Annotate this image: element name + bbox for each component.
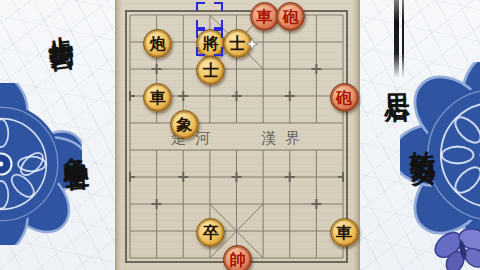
piece-black-chariot[interactable]: 車 <box>330 218 359 247</box>
black-chariot-glyph: 車 <box>150 90 166 106</box>
river-label-right: 漢界 <box>247 129 323 147</box>
porcelain-medallion-icon <box>0 83 82 245</box>
ink-stroke-decoration <box>394 0 405 78</box>
black-elephant-glyph: 象 <box>176 117 192 133</box>
piece-red-general[interactable]: 帥 <box>223 245 252 270</box>
piece-red-cannon[interactable]: 砲 <box>330 83 359 112</box>
piece-black-elephant[interactable]: 象 <box>170 110 199 139</box>
porcelain-medallion-icon <box>400 62 480 248</box>
xiangqi-board[interactable]: 楚河 漢界 車砲砲帥炮將士士車象卒車 <box>115 0 360 270</box>
move-to-marker <box>196 29 223 56</box>
butterfly-icon <box>428 226 480 270</box>
screenshot-root: 步步为营 急中生智 <box>0 0 480 270</box>
piece-red-chariot[interactable]: 車 <box>250 2 279 31</box>
red-cannon-glyph: 砲 <box>336 90 352 106</box>
piece-black-chariot[interactable]: 車 <box>143 83 172 112</box>
piece-red-cannon[interactable]: 砲 <box>276 2 305 31</box>
black-soldier-glyph: 卒 <box>203 225 219 241</box>
black-cannon-glyph: 炮 <box>150 36 166 52</box>
black-advisor-glyph: 士 <box>230 36 246 52</box>
right-calligraphy-line1: 思后 <box>384 73 409 79</box>
move-from-marker <box>196 2 223 29</box>
right-calligraphy-line2: 转危为安 <box>408 129 434 142</box>
red-general-glyph: 帥 <box>230 252 246 268</box>
red-chariot-glyph: 車 <box>256 9 272 25</box>
red-cannon-glyph: 砲 <box>283 9 299 25</box>
piece-black-advisor[interactable]: 士 <box>196 56 225 85</box>
black-chariot-glyph: 車 <box>336 225 352 241</box>
piece-black-cannon[interactable]: 炮 <box>143 29 172 58</box>
sparkle-icon <box>245 37 259 51</box>
black-advisor-glyph: 士 <box>203 63 219 79</box>
left-decor-panel: 步步为营 急中生智 <box>0 0 115 270</box>
piece-black-soldier[interactable]: 卒 <box>196 218 225 247</box>
right-decor-panel: 思后 转危为安 <box>360 0 480 270</box>
left-calligraphy-line2: 急中生智 <box>61 136 87 150</box>
left-calligraphy-line1: 步步为营 <box>44 14 70 29</box>
